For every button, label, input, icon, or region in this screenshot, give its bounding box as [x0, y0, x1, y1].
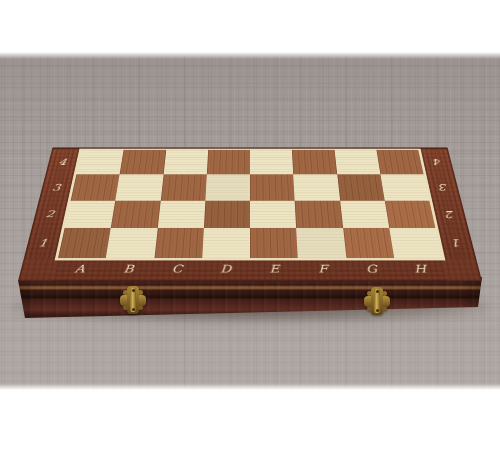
square-c1: [154, 228, 204, 258]
square-b4: [120, 150, 166, 175]
file-label-g: G: [346, 258, 398, 281]
file-labels: ABCDEFGH: [53, 258, 447, 281]
brass-clasp-left: [119, 285, 147, 315]
square-f4: [292, 150, 337, 175]
square-g4: [334, 150, 380, 175]
square-h2: [384, 200, 435, 228]
file-label-a: A: [53, 258, 106, 281]
square-g2: [340, 200, 389, 228]
square-d3: [205, 174, 250, 200]
file-label-d: D: [201, 258, 250, 281]
square-c4: [163, 150, 208, 175]
rank-label-left-1: 1: [24, 228, 62, 258]
clasp-screw-icon: [376, 290, 379, 293]
file-label-e: E: [250, 258, 299, 281]
rank-label-left-2: 2: [32, 200, 68, 228]
file-label-c: C: [152, 258, 203, 281]
chess-box: 4321 4321 ABCDEFGH: [18, 80, 482, 281]
rank-label-left-4: 4: [46, 150, 80, 175]
square-c3: [160, 174, 206, 200]
square-a1: [58, 228, 111, 258]
clasp-screw-icon: [132, 289, 135, 292]
square-e2: [250, 200, 296, 228]
square-e3: [250, 174, 295, 200]
square-d2: [204, 200, 250, 228]
file-label-f: F: [298, 258, 349, 281]
square-f2: [295, 200, 343, 228]
square-d4: [207, 150, 250, 175]
square-g1: [343, 228, 394, 258]
square-e1: [250, 228, 298, 258]
rank-label-right-2: 2: [432, 200, 468, 228]
square-f1: [296, 228, 346, 258]
square-f3: [293, 174, 339, 200]
rank-label-right-4: 4: [421, 150, 455, 175]
board-squares: [58, 150, 442, 258]
square-a4: [76, 150, 123, 175]
clasp-screw-icon: [376, 309, 379, 312]
rank-label-right-1: 1: [438, 228, 476, 258]
square-h4: [376, 150, 423, 175]
board-top-surface: 4321 4321 ABCDEFGH: [18, 147, 482, 281]
brass-clasp-right: [363, 286, 391, 316]
square-g3: [337, 174, 385, 200]
square-a3: [71, 174, 120, 200]
file-label-h: H: [394, 258, 447, 281]
rank-label-left-3: 3: [39, 174, 74, 200]
rank-label-right-3: 3: [426, 174, 461, 200]
clasp-screw-icon: [132, 308, 135, 311]
file-label-b: B: [102, 258, 154, 281]
square-h3: [380, 174, 429, 200]
square-h1: [389, 228, 442, 258]
square-a2: [65, 200, 116, 228]
square-e4: [250, 150, 293, 175]
square-c2: [157, 200, 205, 228]
square-d1: [202, 228, 250, 258]
square-b1: [106, 228, 157, 258]
square-b2: [111, 200, 160, 228]
square-b3: [116, 174, 164, 200]
